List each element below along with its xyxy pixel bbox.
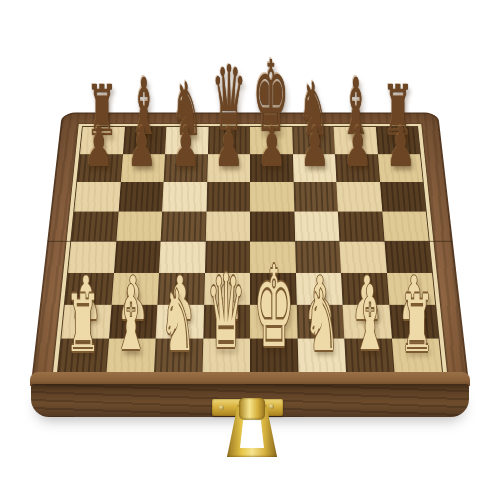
- piece-black-pawn-f7[interactable]: ♟: [300, 120, 329, 175]
- square-g5[interactable]: [338, 211, 384, 241]
- piece-white-bishop-g1[interactable]: ♝: [352, 275, 387, 364]
- square-a6[interactable]: [74, 182, 120, 211]
- piece-white-queen-d1[interactable]: ♛: [206, 262, 246, 364]
- brass-latch-hasp-hole: [240, 420, 264, 448]
- piece-black-pawn-b7[interactable]: ♟: [128, 120, 157, 175]
- square-d6[interactable]: [206, 182, 250, 211]
- square-c6[interactable]: [162, 182, 207, 211]
- square-f5[interactable]: [294, 211, 339, 241]
- square-g6[interactable]: [336, 182, 381, 211]
- square-e5[interactable]: [250, 211, 295, 241]
- fold-seam: [47, 241, 453, 242]
- latch-screw-right: [269, 404, 274, 409]
- square-e6[interactable]: [250, 182, 294, 211]
- product-photo: ♜♝♞♛♚♞♝♜♟♟♟♟♟♟♟♟♟♟♟♟♟♟♟♟♜♝♞♛♚♞♝♜: [0, 0, 500, 500]
- piece-white-bishop-b1[interactable]: ♝: [113, 275, 148, 364]
- square-b6[interactable]: [118, 182, 163, 211]
- scene: ♜♝♞♛♚♞♝♜♟♟♟♟♟♟♟♟♟♟♟♟♟♟♟♟♜♝♞♛♚♞♝♜: [0, 0, 500, 500]
- piece-white-king-e1[interactable]: ♚: [253, 253, 294, 365]
- square-c5[interactable]: [161, 211, 206, 241]
- piece-black-pawn-a7[interactable]: ♟: [85, 120, 114, 175]
- piece-black-pawn-d7[interactable]: ♟: [214, 120, 243, 175]
- piece-black-pawn-g7[interactable]: ♟: [343, 120, 372, 175]
- piece-black-pawn-c7[interactable]: ♟: [171, 120, 200, 175]
- piece-white-rook-h1[interactable]: ♜: [400, 285, 435, 364]
- square-f6[interactable]: [293, 182, 338, 211]
- piece-black-pawn-e7[interactable]: ♟: [257, 120, 286, 175]
- square-a5[interactable]: [71, 211, 118, 241]
- piece-black-pawn-h7[interactable]: ♟: [386, 120, 415, 175]
- piece-white-rook-a1[interactable]: ♜: [65, 285, 100, 364]
- piece-white-knight-f1[interactable]: ♞: [304, 280, 339, 364]
- piece-white-knight-c1[interactable]: ♞: [161, 280, 196, 364]
- latch-screw-left: [219, 405, 224, 410]
- square-h6[interactable]: [380, 182, 426, 211]
- square-h5[interactable]: [382, 211, 429, 241]
- square-b5[interactable]: [116, 211, 162, 241]
- brass-latch-hinge: [239, 398, 265, 419]
- square-d5[interactable]: [205, 211, 250, 241]
